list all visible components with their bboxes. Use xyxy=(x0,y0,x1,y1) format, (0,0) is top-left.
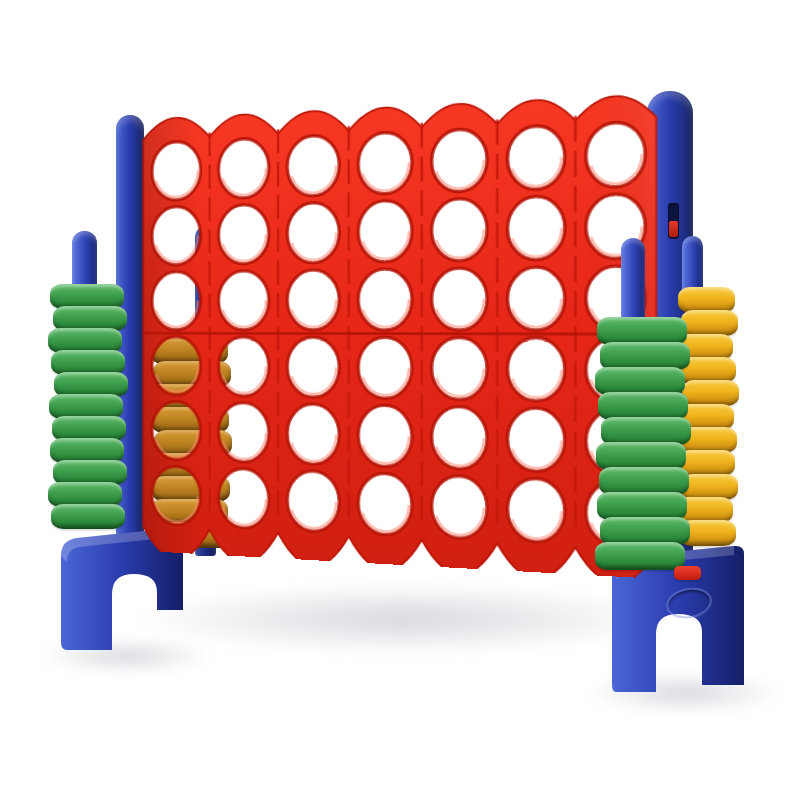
green-disc xyxy=(595,542,685,570)
cell-c4-r1 xyxy=(347,110,422,182)
cell-c4-r5 xyxy=(347,386,422,456)
cell-c1-r4 xyxy=(136,318,204,384)
cell-c5-r2 xyxy=(422,177,500,249)
green-disc xyxy=(599,467,689,495)
cell-c6-r3 xyxy=(500,246,580,318)
cell-c5-r4 xyxy=(422,318,500,388)
cell-c6-r2 xyxy=(500,174,580,247)
floor-shadow-main xyxy=(130,583,675,655)
release-slot xyxy=(668,203,679,239)
cell-c4-r6 xyxy=(347,454,422,525)
cell-c3-r4 xyxy=(274,318,347,386)
cell-c1-r3 xyxy=(136,252,204,318)
giant-connect-four-product-photo xyxy=(0,0,800,800)
green-disc xyxy=(598,392,688,420)
cell-c3-r3 xyxy=(274,250,347,318)
cell-c4-r2 xyxy=(347,179,422,250)
yellow-disc xyxy=(678,287,735,313)
cell-c6-r4 xyxy=(500,318,580,390)
cell-c5-r3 xyxy=(422,247,500,318)
green-disc xyxy=(600,342,690,370)
cell-c2-r1 xyxy=(204,117,274,186)
cell-c1-r5 xyxy=(136,383,204,450)
cell-c2-r3 xyxy=(204,251,274,318)
green-disc xyxy=(597,317,687,345)
cell-c6-r6 xyxy=(500,459,580,533)
cell-c1-r2 xyxy=(136,187,204,254)
cell-c5-r1 xyxy=(422,106,500,179)
cell-c5-r6 xyxy=(422,456,500,529)
cell-c6-r1 xyxy=(500,103,580,177)
cell-c2-r2 xyxy=(204,184,274,252)
cell-c7-r2 xyxy=(580,172,663,246)
yellow-disc xyxy=(681,310,738,336)
cell-c3-r6 xyxy=(274,452,347,522)
green-disc xyxy=(596,442,686,470)
board-cell-grid xyxy=(134,71,665,579)
cell-c3-r1 xyxy=(274,114,347,184)
cell-c1-r1 xyxy=(136,121,204,189)
yellow-disc xyxy=(682,380,739,406)
left-green-stack xyxy=(50,284,124,526)
green-disc xyxy=(51,504,125,529)
cell-c2-r6 xyxy=(204,450,274,519)
release-tab-icon xyxy=(674,566,701,580)
cell-c4-r4 xyxy=(347,318,422,387)
green-disc xyxy=(597,492,687,520)
cell-c5-r5 xyxy=(422,387,500,459)
cell-c2-r5 xyxy=(204,384,274,452)
cell-c2-r4 xyxy=(204,318,274,385)
green-disc xyxy=(595,367,685,395)
cell-c3-r5 xyxy=(274,385,347,454)
green-disc xyxy=(601,417,691,445)
yellow-disc xyxy=(681,474,738,500)
green-disc xyxy=(600,517,690,545)
right-green-stack xyxy=(597,317,687,567)
cell-c1-r6 xyxy=(136,448,204,516)
cell-c6-r5 xyxy=(500,388,580,461)
cell-c3-r2 xyxy=(274,182,347,251)
cell-c4-r3 xyxy=(347,249,422,318)
release-slider-icon xyxy=(669,221,678,237)
cell-c7-r1 xyxy=(580,99,663,175)
